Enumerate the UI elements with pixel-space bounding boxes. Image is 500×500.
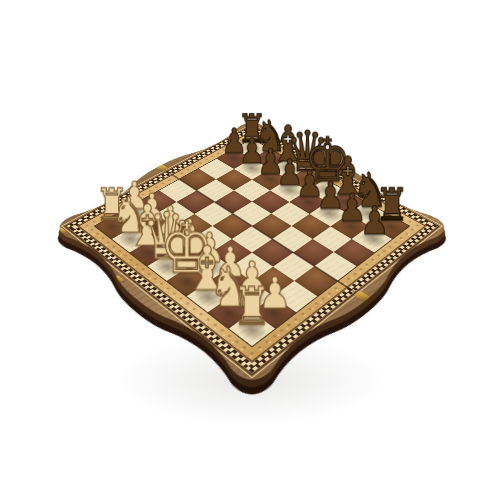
product-photo-stage: ♜♞♝♛♚♝♞♜♟♟♟♟♟♟♟♟♟♟♟♟♟♟♟♟♜♞♝♛♚♝♞♜ [0,0,500,500]
white-rook-glyph: ♜ [207,282,297,331]
chess-board-case: ♜♞♝♛♚♝♞♜♟♟♟♟♟♟♟♟♟♟♟♟♟♟♟♟♜♞♝♛♚♝♞♜ [40,114,464,400]
brass-hinge [112,275,125,284]
black-pawn-glyph: ♟ [335,202,414,239]
brass-latch [353,290,370,302]
scene: ♜♞♝♛♚♝♞♜♟♟♟♟♟♟♟♟♟♟♟♟♟♟♟♟♜♞♝♛♚♝♞♜ [0,0,500,500]
